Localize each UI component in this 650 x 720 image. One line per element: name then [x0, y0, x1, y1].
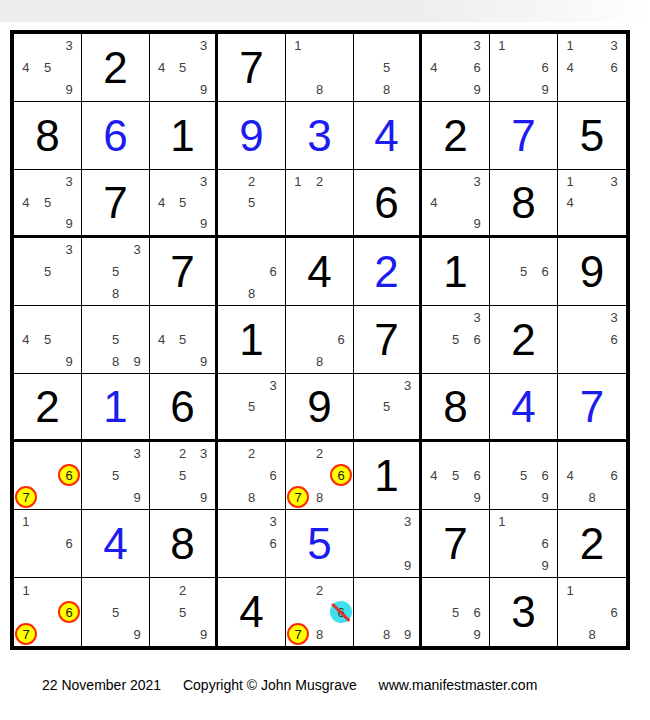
solved-digit: 1	[103, 385, 127, 429]
candidate-9: 9	[542, 558, 549, 573]
candidate-1: 1	[498, 514, 505, 529]
candidate-3: 3	[270, 378, 277, 393]
candidate-7-circled: 7	[15, 623, 37, 645]
candidate-grid: 268	[219, 443, 284, 508]
cell-r8c1[interactable]: 16	[14, 510, 82, 578]
cell-r8c6[interactable]: 39	[354, 510, 422, 578]
candidate-3: 3	[66, 174, 73, 189]
candidate-9: 9	[404, 627, 411, 642]
candidate-9: 9	[66, 216, 73, 231]
given-digit: 4	[307, 250, 331, 294]
cell-r3c9[interactable]: 134	[558, 170, 626, 238]
candidate-5: 5	[452, 605, 459, 620]
candidate-5: 5	[248, 399, 255, 414]
cell-r3c8[interactable]: 8	[490, 170, 558, 238]
candidate-9: 9	[66, 82, 73, 97]
cell-r4c9[interactable]: 9	[558, 238, 626, 306]
candidate-grid: 358	[83, 239, 148, 304]
candidate-grid: 2678	[287, 443, 352, 508]
candidate-6: 6	[474, 60, 481, 75]
given-digit: 6	[170, 385, 194, 429]
cell-r5c4[interactable]: 1	[218, 306, 286, 374]
candidate-2: 2	[248, 446, 255, 461]
candidate-6: 6	[270, 536, 277, 551]
cell-r1c2[interactable]: 2	[82, 34, 150, 102]
solved-digit: 9	[239, 114, 263, 158]
candidate-8: 8	[316, 82, 323, 97]
candidate-8: 8	[588, 627, 595, 642]
candidate-grid: 36	[559, 307, 625, 372]
cell-r8c3[interactable]: 8	[150, 510, 218, 578]
candidate-2: 2	[248, 174, 255, 189]
candidate-3: 3	[474, 310, 481, 325]
candidate-grid: 2359	[151, 443, 214, 508]
candidate-4: 4	[22, 332, 29, 347]
candidate-grid: 359	[83, 443, 148, 508]
given-digit: 2	[580, 522, 604, 566]
solved-digit: 6	[103, 114, 127, 158]
cell-r4c7[interactable]: 1	[422, 238, 490, 306]
cell-r1c4[interactable]: 7	[218, 34, 286, 102]
candidate-grid: 356	[423, 307, 488, 372]
cell-r7c2[interactable]: 359	[82, 442, 150, 510]
cell-r9c7[interactable]: 569	[422, 578, 490, 646]
cell-r8c2[interactable]: 4	[82, 510, 150, 578]
cell-r2c1[interactable]: 8	[14, 102, 82, 170]
cell-r8c7[interactable]: 7	[422, 510, 490, 578]
candidate-grid: 569	[491, 443, 556, 508]
candidate-5: 5	[179, 332, 186, 347]
given-digit: 1	[374, 454, 398, 498]
candidate-4: 4	[430, 195, 437, 210]
candidate-grid: 59	[83, 579, 148, 645]
candidate-6-circled: 6	[58, 601, 80, 623]
cell-r4c8[interactable]: 56	[490, 238, 558, 306]
candidate-2: 2	[316, 446, 323, 461]
candidate-1: 1	[22, 514, 29, 529]
candidate-5: 5	[179, 195, 186, 210]
candidate-9: 9	[404, 558, 411, 573]
cell-r4c2[interactable]: 358	[82, 238, 150, 306]
cell-r5c8[interactable]: 2	[490, 306, 558, 374]
candidate-4: 4	[158, 332, 165, 347]
candidate-9: 9	[200, 216, 207, 231]
candidate-grid: 468	[559, 443, 625, 508]
candidate-3: 3	[610, 310, 617, 325]
solved-digit: 7	[580, 385, 604, 429]
cell-r4c6[interactable]: 2	[354, 238, 422, 306]
candidate-6: 6	[474, 332, 481, 347]
candidate-1: 1	[22, 583, 29, 598]
candidate-7-circled: 7	[287, 623, 309, 645]
candidate-grid: 35	[219, 375, 284, 438]
cell-r2c4[interactable]: 9	[218, 102, 286, 170]
candidate-5: 5	[44, 60, 51, 75]
candidate-5: 5	[248, 195, 255, 210]
candidate-grid: 56	[491, 239, 556, 304]
cell-r1c3[interactable]: 3459	[150, 34, 218, 102]
candidate-8: 8	[248, 490, 255, 505]
cell-r7c6[interactable]: 1	[354, 442, 422, 510]
candidate-6: 6	[66, 536, 73, 551]
candidate-1: 1	[294, 174, 301, 189]
given-digit: 7	[103, 181, 127, 225]
candidate-4: 4	[22, 60, 29, 75]
candidate-9: 9	[474, 216, 481, 231]
candidate-6: 6	[610, 332, 617, 347]
cell-r1c7[interactable]: 3469	[422, 34, 490, 102]
candidate-5: 5	[452, 332, 459, 347]
candidate-grid: 12	[287, 171, 352, 234]
cell-r2c2[interactable]: 6	[82, 102, 150, 170]
cell-r3c2[interactable]: 7	[82, 170, 150, 238]
candidate-5: 5	[383, 399, 390, 414]
solved-digit: 2	[374, 250, 398, 294]
candidate-8: 8	[248, 286, 255, 301]
given-digit: 9	[580, 250, 604, 294]
solved-digit: 4	[374, 114, 398, 158]
cell-r5c5[interactable]: 68	[286, 306, 354, 374]
solved-digit: 4	[103, 522, 127, 566]
candidate-6: 6	[270, 264, 277, 279]
candidate-1: 1	[566, 583, 573, 598]
candidate-2: 2	[316, 174, 323, 189]
candidate-5: 5	[44, 332, 51, 347]
cell-r8c4[interactable]: 36	[218, 510, 286, 578]
cell-r9c4[interactable]: 4	[218, 578, 286, 646]
candidate-grid: 4569	[423, 443, 488, 508]
cell-r8c8[interactable]: 169	[490, 510, 558, 578]
given-digit: 2	[103, 46, 127, 90]
solved-digit: 5	[307, 522, 331, 566]
candidate-3: 3	[134, 242, 141, 257]
given-digit: 4	[239, 590, 263, 634]
given-digit: 1	[170, 114, 194, 158]
candidate-9: 9	[542, 82, 549, 97]
given-digit: 2	[35, 385, 59, 429]
candidate-grid: 169	[491, 35, 556, 100]
sudoku-board: 3459234597185834691691346861934275345973…	[10, 30, 630, 650]
cell-r7c1[interactable]: 67	[14, 442, 82, 510]
candidate-3: 3	[474, 174, 481, 189]
cell-r9c9[interactable]: 168	[558, 578, 626, 646]
cell-r6c4[interactable]: 35	[218, 374, 286, 442]
candidate-grid: 459	[151, 307, 214, 372]
candidate-6-circled: 6	[330, 464, 352, 486]
candidate-9: 9	[66, 354, 73, 369]
candidate-6-circled: 6	[58, 464, 80, 486]
cell-r2c7[interactable]: 2	[422, 102, 490, 170]
cell-r6c2[interactable]: 1	[82, 374, 150, 442]
cell-r8c9[interactable]: 2	[558, 510, 626, 578]
cell-r1c9[interactable]: 1346	[558, 34, 626, 102]
candidate-8: 8	[588, 490, 595, 505]
candidate-6: 6	[610, 60, 617, 75]
candidate-5: 5	[112, 264, 119, 279]
cell-r5c7[interactable]: 356	[422, 306, 490, 374]
candidate-grid: 459	[15, 307, 80, 372]
candidate-grid: 68	[287, 307, 352, 372]
candidate-grid: 3469	[423, 35, 488, 100]
candidate-6: 6	[474, 605, 481, 620]
given-digit: 7	[170, 250, 194, 294]
candidate-grid: 58	[355, 35, 418, 100]
candidate-5: 5	[112, 468, 119, 483]
candidate-4: 4	[430, 60, 437, 75]
cell-r4c4[interactable]: 68	[218, 238, 286, 306]
cell-r7c8[interactable]: 569	[490, 442, 558, 510]
cell-r6c8[interactable]: 4	[490, 374, 558, 442]
candidate-grid: 1346	[559, 35, 625, 100]
candidate-1: 1	[566, 174, 573, 189]
candidate-5: 5	[452, 468, 459, 483]
candidate-8: 8	[383, 627, 390, 642]
cell-r9c2[interactable]: 59	[82, 578, 150, 646]
cell-r6c7[interactable]: 8	[422, 374, 490, 442]
candidate-1: 1	[566, 38, 573, 53]
cell-r9c1[interactable]: 167	[14, 578, 82, 646]
cell-r1c6[interactable]: 58	[354, 34, 422, 102]
candidate-4: 4	[22, 195, 29, 210]
candidate-8: 8	[383, 82, 390, 97]
cell-r7c9[interactable]: 468	[558, 442, 626, 510]
given-digit: 8	[511, 181, 535, 225]
cell-r6c5[interactable]: 9	[286, 374, 354, 442]
candidate-grid: 3459	[15, 35, 80, 100]
candidate-grid: 168	[559, 579, 625, 645]
given-digit: 2	[511, 318, 535, 362]
candidate-2: 2	[179, 446, 186, 461]
candidate-9: 9	[200, 627, 207, 642]
candidate-grid: 134	[559, 171, 625, 234]
cell-r1c8[interactable]: 169	[490, 34, 558, 102]
candidate-grid: 18	[287, 35, 352, 100]
solved-digit: 4	[511, 385, 535, 429]
candidate-3: 3	[610, 174, 617, 189]
candidate-4: 4	[430, 468, 437, 483]
candidate-4: 4	[158, 60, 165, 75]
given-digit: 9	[307, 385, 331, 429]
candidate-5: 5	[44, 264, 51, 279]
given-digit: 7	[443, 522, 467, 566]
candidate-3: 3	[270, 514, 277, 529]
cell-r5c3[interactable]: 459	[150, 306, 218, 374]
candidate-6: 6	[270, 468, 277, 483]
candidate-grid: 16	[15, 511, 80, 576]
cell-r5c2[interactable]: 589	[82, 306, 150, 374]
cell-r9c6[interactable]: 89	[354, 578, 422, 646]
candidate-8: 8	[316, 627, 323, 642]
cell-r3c6[interactable]: 6	[354, 170, 422, 238]
candidate-5: 5	[112, 605, 119, 620]
candidate-8: 8	[316, 490, 323, 505]
footer-website[interactable]: www.manifestmaster.com	[379, 677, 538, 693]
candidate-4: 4	[158, 195, 165, 210]
candidate-6: 6	[542, 468, 549, 483]
candidate-grid: 35	[355, 375, 418, 438]
candidate-grid: 167	[15, 579, 80, 645]
candidate-grid: 68	[219, 239, 284, 304]
candidate-9: 9	[134, 490, 141, 505]
candidate-grid: 67	[15, 443, 80, 508]
cell-r3c3[interactable]: 3459	[150, 170, 218, 238]
candidate-6: 6	[542, 536, 549, 551]
candidate-grid: 39	[355, 511, 418, 576]
candidate-2: 2	[316, 583, 323, 598]
given-digit: 3	[511, 590, 535, 634]
candidate-6: 6	[610, 605, 617, 620]
cell-r3c1[interactable]: 3459	[14, 170, 82, 238]
cell-r2c6[interactable]: 4	[354, 102, 422, 170]
given-digit: 8	[35, 114, 59, 158]
candidate-3: 3	[610, 38, 617, 53]
cell-r6c9[interactable]: 7	[558, 374, 626, 442]
candidate-9: 9	[200, 490, 207, 505]
candidate-3: 3	[474, 38, 481, 53]
candidate-3: 3	[404, 378, 411, 393]
candidate-grid: 2678	[287, 579, 352, 645]
cell-r5c9[interactable]: 36	[558, 306, 626, 374]
cell-r9c5[interactable]: 2678	[286, 578, 354, 646]
candidate-4: 4	[566, 468, 573, 483]
candidate-5: 5	[44, 195, 51, 210]
candidate-grid: 569	[423, 579, 488, 645]
candidate-9: 9	[200, 82, 207, 97]
given-digit: 8	[443, 385, 467, 429]
candidate-grid: 35	[15, 239, 80, 304]
cell-r2c9[interactable]: 5	[558, 102, 626, 170]
footer-copyright: Copyright © John Musgrave	[183, 677, 357, 693]
candidate-3: 3	[66, 38, 73, 53]
candidate-3: 3	[200, 174, 207, 189]
given-digit: 6	[374, 181, 398, 225]
candidate-4: 4	[566, 60, 573, 75]
solved-digit: 7	[511, 114, 535, 158]
cell-r4c3[interactable]: 7	[150, 238, 218, 306]
cell-r9c3[interactable]: 259	[150, 578, 218, 646]
candidate-3: 3	[404, 514, 411, 529]
cell-r3c7[interactable]: 349	[422, 170, 490, 238]
footer-date: 22 November 2021	[42, 677, 161, 693]
candidate-5: 5	[520, 468, 527, 483]
top-gray-bar	[0, 0, 650, 22]
candidate-3: 3	[66, 242, 73, 257]
given-digit: 2	[443, 114, 467, 158]
candidate-6: 6	[542, 264, 549, 279]
cell-r7c4[interactable]: 268	[218, 442, 286, 510]
candidate-9: 9	[542, 490, 549, 505]
candidate-grid: 589	[83, 307, 148, 372]
candidate-6-eliminated: 6	[330, 601, 352, 623]
cell-r5c1[interactable]: 459	[14, 306, 82, 374]
cell-r5c6[interactable]: 7	[354, 306, 422, 374]
cell-r2c3[interactable]: 1	[150, 102, 218, 170]
cell-r6c6[interactable]: 35	[354, 374, 422, 442]
cell-r4c1[interactable]: 35	[14, 238, 82, 306]
candidate-9: 9	[474, 627, 481, 642]
candidate-grid: 36	[219, 511, 284, 576]
candidate-grid: 3459	[151, 171, 214, 234]
solved-digit: 3	[307, 114, 331, 158]
cell-r1c1[interactable]: 3459	[14, 34, 82, 102]
cell-r4c5[interactable]: 4	[286, 238, 354, 306]
cell-r7c7[interactable]: 4569	[422, 442, 490, 510]
cell-r3c5[interactable]: 12	[286, 170, 354, 238]
given-digit: 7	[374, 318, 398, 362]
cell-r7c3[interactable]: 2359	[150, 442, 218, 510]
candidate-9: 9	[474, 82, 481, 97]
candidate-grid: 259	[151, 579, 214, 645]
given-digit: 5	[580, 114, 604, 158]
cell-r1c5[interactable]: 18	[286, 34, 354, 102]
candidate-3: 3	[134, 446, 141, 461]
candidate-5: 5	[520, 264, 527, 279]
cell-r6c1[interactable]: 2	[14, 374, 82, 442]
candidate-5: 5	[112, 332, 119, 347]
given-digit: 7	[239, 46, 263, 90]
candidate-5: 5	[179, 605, 186, 620]
cell-r6c3[interactable]: 6	[150, 374, 218, 442]
candidate-grid: 3459	[15, 171, 80, 234]
candidate-grid: 89	[355, 579, 418, 645]
candidate-2: 2	[179, 583, 186, 598]
candidate-8: 8	[112, 354, 119, 369]
candidate-6: 6	[542, 60, 549, 75]
given-digit: 1	[239, 318, 263, 362]
candidate-6: 6	[610, 468, 617, 483]
candidate-grid: 25	[219, 171, 284, 234]
candidate-1: 1	[498, 38, 505, 53]
candidate-8: 8	[112, 286, 119, 301]
cell-r7c5[interactable]: 2678	[286, 442, 354, 510]
candidate-6: 6	[474, 468, 481, 483]
candidate-grid: 169	[491, 511, 556, 576]
given-digit: 1	[443, 250, 467, 294]
candidate-5: 5	[383, 60, 390, 75]
candidate-5: 5	[179, 60, 186, 75]
candidate-8: 8	[316, 354, 323, 369]
cell-r3c4[interactable]: 25	[218, 170, 286, 238]
candidate-9: 9	[134, 627, 141, 642]
cell-r8c5[interactable]: 5	[286, 510, 354, 578]
candidate-grid: 3459	[151, 35, 214, 100]
candidate-1: 1	[294, 38, 301, 53]
footer: 22 November 2021 Copyright © John Musgra…	[42, 677, 537, 693]
cell-r9c8[interactable]: 3	[490, 578, 558, 646]
given-digit: 8	[170, 522, 194, 566]
candidate-4: 4	[566, 195, 573, 210]
candidate-3: 3	[200, 446, 207, 461]
candidate-9: 9	[474, 490, 481, 505]
candidate-5: 5	[179, 468, 186, 483]
candidate-7-circled: 7	[287, 486, 309, 508]
cell-r2c8[interactable]: 7	[490, 102, 558, 170]
candidate-grid: 349	[423, 171, 488, 234]
candidate-9: 9	[200, 354, 207, 369]
candidate-3: 3	[200, 38, 207, 53]
candidate-9: 9	[134, 354, 141, 369]
cell-r2c5[interactable]: 3	[286, 102, 354, 170]
candidate-7-circled: 7	[15, 486, 37, 508]
candidate-6: 6	[338, 332, 345, 347]
